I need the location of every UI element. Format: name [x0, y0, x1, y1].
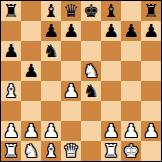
square-e1[interactable] — [81, 141, 101, 161]
square-h4[interactable] — [141, 81, 161, 101]
square-c3[interactable] — [41, 101, 61, 121]
square-e4[interactable]: ♞ — [81, 81, 101, 101]
square-c1[interactable]: ♝ — [41, 141, 61, 161]
chess-board: ♜♝♛♚♝♜♟♟♟♟♟♟♞♟♞♝♟♞♟♟♟♟♟♟♜♞♝♛♜♚ — [0, 0, 162, 162]
square-e3[interactable] — [81, 101, 101, 121]
square-f8[interactable]: ♝ — [101, 1, 121, 21]
piece-black-bishop-c8[interactable]: ♝ — [43, 1, 59, 21]
square-d8[interactable]: ♛ — [61, 1, 81, 21]
square-c6[interactable]: ♞ — [41, 41, 61, 61]
piece-black-rook-h8[interactable]: ♜ — [143, 1, 159, 21]
square-g2[interactable]: ♟ — [121, 121, 141, 141]
piece-black-queen-d8[interactable]: ♛ — [63, 1, 79, 21]
piece-white-pawn-f2[interactable]: ♟ — [103, 121, 119, 141]
piece-black-knight-c6[interactable]: ♞ — [43, 41, 59, 61]
square-g4[interactable] — [121, 81, 141, 101]
square-d1[interactable]: ♛ — [61, 141, 81, 161]
square-c2[interactable]: ♟ — [41, 121, 61, 141]
square-g3[interactable] — [121, 101, 141, 121]
piece-white-bishop-c1[interactable]: ♝ — [43, 141, 59, 161]
square-h2[interactable]: ♟ — [141, 121, 161, 141]
square-a3[interactable] — [1, 101, 21, 121]
piece-black-bishop-f8[interactable]: ♝ — [103, 1, 119, 21]
square-e2[interactable] — [81, 121, 101, 141]
square-b5[interactable]: ♟ — [21, 61, 41, 81]
square-f2[interactable]: ♟ — [101, 121, 121, 141]
piece-black-pawn-c7[interactable]: ♟ — [43, 21, 59, 41]
piece-black-knight-e4[interactable]: ♞ — [83, 81, 99, 101]
piece-white-pawn-d4[interactable]: ♟ — [63, 81, 79, 101]
piece-white-king-g1[interactable]: ♚ — [123, 141, 139, 161]
square-g1[interactable]: ♚ — [121, 141, 141, 161]
piece-black-pawn-g7[interactable]: ♟ — [123, 21, 139, 41]
piece-black-king-e8[interactable]: ♚ — [83, 1, 99, 21]
square-h8[interactable]: ♜ — [141, 1, 161, 21]
square-e6[interactable] — [81, 41, 101, 61]
square-b1[interactable]: ♞ — [21, 141, 41, 161]
piece-black-pawn-f7[interactable]: ♟ — [103, 21, 119, 41]
piece-white-pawn-b2[interactable]: ♟ — [23, 121, 39, 141]
square-g6[interactable] — [121, 41, 141, 61]
square-e5[interactable]: ♞ — [81, 61, 101, 81]
piece-white-queen-d1[interactable]: ♛ — [63, 141, 79, 161]
square-d7[interactable]: ♟ — [61, 21, 81, 41]
square-b4[interactable] — [21, 81, 41, 101]
square-c8[interactable]: ♝ — [41, 1, 61, 21]
square-f1[interactable]: ♜ — [101, 141, 121, 161]
piece-white-pawn-c2[interactable]: ♟ — [43, 121, 59, 141]
piece-white-rook-f1[interactable]: ♜ — [103, 141, 119, 161]
square-b8[interactable] — [21, 1, 41, 21]
square-f5[interactable] — [101, 61, 121, 81]
square-b2[interactable]: ♟ — [21, 121, 41, 141]
square-c4[interactable] — [41, 81, 61, 101]
square-h3[interactable] — [141, 101, 161, 121]
square-e8[interactable]: ♚ — [81, 1, 101, 21]
square-d3[interactable] — [61, 101, 81, 121]
square-g5[interactable] — [121, 61, 141, 81]
piece-black-pawn-h7[interactable]: ♟ — [143, 21, 159, 41]
square-f3[interactable] — [101, 101, 121, 121]
square-f7[interactable]: ♟ — [101, 21, 121, 41]
piece-black-pawn-a6[interactable]: ♟ — [3, 41, 19, 61]
square-a2[interactable]: ♟ — [1, 121, 21, 141]
square-b6[interactable] — [21, 41, 41, 61]
piece-white-pawn-g2[interactable]: ♟ — [123, 121, 139, 141]
square-h5[interactable] — [141, 61, 161, 81]
piece-white-pawn-a2[interactable]: ♟ — [3, 121, 19, 141]
piece-black-pawn-b5[interactable]: ♟ — [23, 61, 39, 81]
square-d6[interactable] — [61, 41, 81, 61]
square-d4[interactable]: ♟ — [61, 81, 81, 101]
square-b7[interactable] — [21, 21, 41, 41]
square-f6[interactable] — [101, 41, 121, 61]
square-h1[interactable] — [141, 141, 161, 161]
square-a4[interactable]: ♝ — [1, 81, 21, 101]
square-e7[interactable] — [81, 21, 101, 41]
square-a1[interactable]: ♜ — [1, 141, 21, 161]
square-c7[interactable]: ♟ — [41, 21, 61, 41]
piece-white-bishop-a4[interactable]: ♝ — [3, 81, 19, 101]
square-a7[interactable] — [1, 21, 21, 41]
piece-white-pawn-h2[interactable]: ♟ — [143, 121, 159, 141]
square-f4[interactable] — [101, 81, 121, 101]
square-g8[interactable] — [121, 1, 141, 21]
square-b3[interactable] — [21, 101, 41, 121]
square-d5[interactable] — [61, 61, 81, 81]
square-h6[interactable] — [141, 41, 161, 61]
square-a8[interactable]: ♜ — [1, 1, 21, 21]
piece-black-pawn-d7[interactable]: ♟ — [63, 21, 79, 41]
square-h7[interactable]: ♟ — [141, 21, 161, 41]
square-a6[interactable]: ♟ — [1, 41, 21, 61]
piece-white-rook-a1[interactable]: ♜ — [3, 141, 19, 161]
piece-black-rook-a8[interactable]: ♜ — [3, 1, 19, 21]
square-g7[interactable]: ♟ — [121, 21, 141, 41]
square-a5[interactable] — [1, 61, 21, 81]
square-d2[interactable] — [61, 121, 81, 141]
piece-white-knight-b1[interactable]: ♞ — [23, 141, 39, 161]
square-c5[interactable] — [41, 61, 61, 81]
piece-white-knight-e5[interactable]: ♞ — [83, 61, 99, 81]
